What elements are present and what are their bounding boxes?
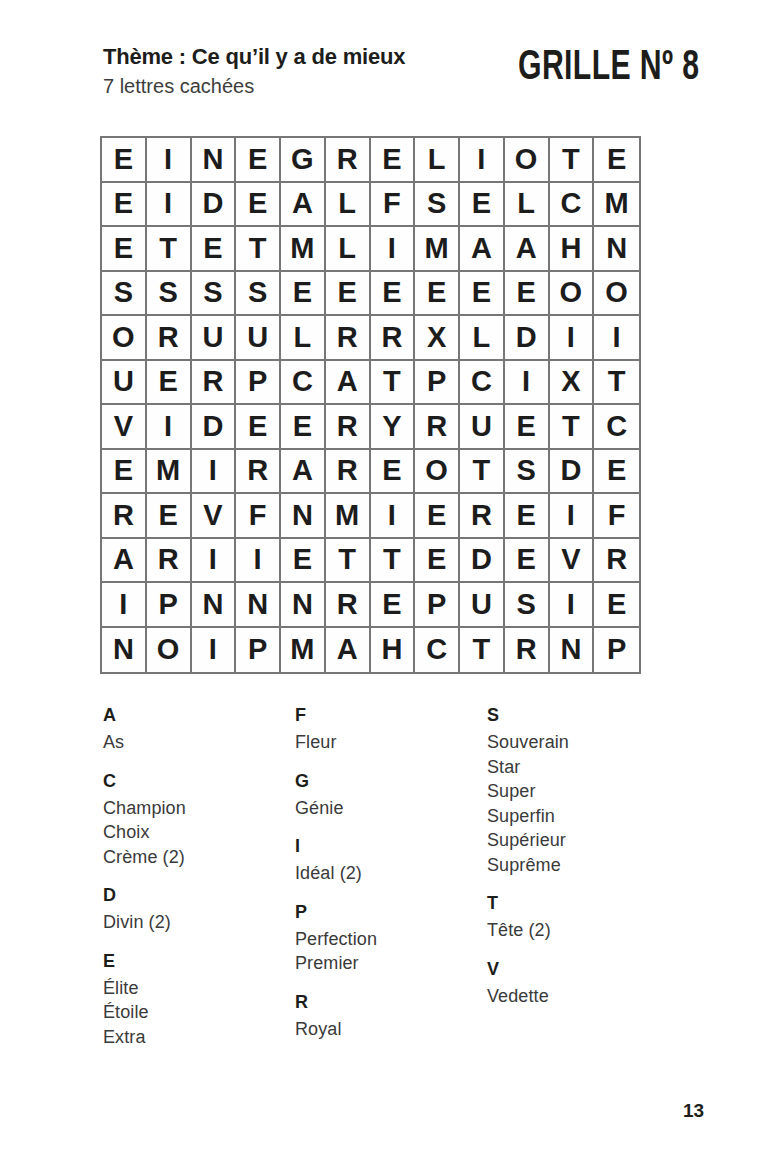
grid-cell-r12c6[interactable]: A [326, 628, 371, 673]
grid-cell-r9c1[interactable]: R [102, 494, 147, 539]
grid-cell-r4c11[interactable]: O [550, 272, 595, 317]
grid-cell-r10c3[interactable]: I [192, 539, 237, 584]
grid-cell-r5c3[interactable]: U [192, 316, 237, 361]
grid-cell-r1c7[interactable]: E [371, 138, 416, 183]
grid-cell-r12c7[interactable]: H [371, 628, 416, 673]
grid-cell-r8c11[interactable]: D [550, 450, 595, 495]
grid-cell-r2c1[interactable]: E [102, 183, 147, 228]
grid-cell-r5c2[interactable]: R [147, 316, 192, 361]
grid-cell-r3c2[interactable]: T [147, 227, 192, 272]
grid-cell-r11c11[interactable]: I [550, 583, 595, 628]
grid-cell-r7c6[interactable]: R [326, 405, 371, 450]
grid-cell-r12c2[interactable]: O [147, 628, 192, 673]
grid-cell-r2c12[interactable]: M [594, 183, 639, 228]
grid-cell-r4c2[interactable]: S [147, 272, 192, 317]
grid-cell-r9c5[interactable]: N [281, 494, 326, 539]
grid-cell-r6c10[interactable]: I [505, 361, 550, 406]
grid-cell-r10c9[interactable]: D [460, 539, 505, 584]
grid-cell-r1c3[interactable]: N [192, 138, 237, 183]
section-letter-I: I [295, 833, 480, 859]
word-entry: Extra [103, 1025, 288, 1050]
grid-cell-r5c10[interactable]: D [505, 316, 550, 361]
grid-cell-r4c3[interactable]: S [192, 272, 237, 317]
grid-cell-r11c6[interactable]: R [326, 583, 371, 628]
grid-cell-r12c12[interactable]: P [594, 628, 639, 673]
grid-cell-r2c3[interactable]: D [192, 183, 237, 228]
grid-cell-r10c6[interactable]: T [326, 539, 371, 584]
word-section-G: GGénie [295, 768, 480, 821]
word-section-I: IIdéal (2) [295, 833, 480, 886]
grid-cell-r6c5[interactable]: C [281, 361, 326, 406]
grid-cell-r12c8[interactable]: C [415, 628, 460, 673]
grid-cell-r6c12[interactable]: T [594, 361, 639, 406]
grid-cell-r1c5[interactable]: G [281, 138, 326, 183]
grid-cell-r9c10[interactable]: E [505, 494, 550, 539]
grid-cell-r9c8[interactable]: E [415, 494, 460, 539]
grid-cell-r4c12[interactable]: O [594, 272, 639, 317]
grid-cell-r9c3[interactable]: V [192, 494, 237, 539]
grid-cell-r1c9[interactable]: I [460, 138, 505, 183]
section-letter-T: T [487, 890, 672, 916]
grid-cell-r2c2[interactable]: I [147, 183, 192, 228]
grid-cell-r4c1[interactable]: S [102, 272, 147, 317]
grid-cell-r3c5[interactable]: M [281, 227, 326, 272]
grid-cell-r3c8[interactable]: M [415, 227, 460, 272]
grid-cell-r12c1[interactable]: N [102, 628, 147, 673]
grid-cell-r6c6[interactable]: A [326, 361, 371, 406]
grid-cell-r11c4[interactable]: N [236, 583, 281, 628]
grid-cell-r3c12[interactable]: N [594, 227, 639, 272]
grid-cell-r2c10[interactable]: L [505, 183, 550, 228]
word-list-col-1: AAsCChampionChoixCrème (2)DDivin (2)EÉli… [103, 702, 288, 1062]
grid-cell-r12c4[interactable]: P [236, 628, 281, 673]
grid-cell-r7c12[interactable]: C [594, 405, 639, 450]
grid-cell-r5c1[interactable]: O [102, 316, 147, 361]
grid-cell-r1c1[interactable]: E [102, 138, 147, 183]
grid-cell-r8c4[interactable]: R [236, 450, 281, 495]
grid-cell-r7c10[interactable]: E [505, 405, 550, 450]
grid-cell-r8c9[interactable]: T [460, 450, 505, 495]
grid-cell-r12c9[interactable]: T [460, 628, 505, 673]
word-section-R: RRoyal [295, 989, 480, 1042]
grid-cell-r10c10[interactable]: E [505, 539, 550, 584]
grid-cell-r9c2[interactable]: E [147, 494, 192, 539]
grid-cell-r8c6[interactable]: R [326, 450, 371, 495]
section-letter-S: S [487, 702, 672, 728]
grid-cell-r10c2[interactable]: R [147, 539, 192, 584]
word-list-col-2: FFleurGGénieIIdéal (2)PPerfectionPremier… [295, 702, 480, 1054]
grid-cell-r8c12[interactable]: E [594, 450, 639, 495]
word-section-F: FFleur [295, 702, 480, 755]
word-entry: Premier [295, 951, 480, 976]
word-entry: Star [487, 755, 672, 780]
grid-cell-r5c11[interactable]: I [550, 316, 595, 361]
grid-cell-r12c5[interactable]: M [281, 628, 326, 673]
grid-cell-r5c5[interactable]: L [281, 316, 326, 361]
grid-cell-r11c10[interactable]: S [505, 583, 550, 628]
grid-cell-r9c4[interactable]: F [236, 494, 281, 539]
grid-number-label: GRILLE Nº 8 [518, 44, 699, 86]
grid-cell-r2c8[interactable]: S [415, 183, 460, 228]
word-section-A: AAs [103, 702, 288, 755]
word-section-P: PPerfectionPremier [295, 899, 480, 976]
grid-cell-r4c5[interactable]: E [281, 272, 326, 317]
grid-cell-r7c5[interactable]: E [281, 405, 326, 450]
grid-cell-r2c6[interactable]: L [326, 183, 371, 228]
grid-cell-r3c9[interactable]: A [460, 227, 505, 272]
section-letter-D: D [103, 882, 288, 908]
grid-cell-r6c9[interactable]: C [460, 361, 505, 406]
grid-cell-r8c10[interactable]: S [505, 450, 550, 495]
page-number: 13 [683, 1100, 704, 1122]
header: Thème : Ce qu’il y a de mieux 7 lettres … [103, 44, 405, 98]
grid-cell-r4c7[interactable]: E [371, 272, 416, 317]
grid-cell-r4c6[interactable]: E [326, 272, 371, 317]
grid-cell-r7c1[interactable]: V [102, 405, 147, 450]
grid-cell-r1c2[interactable]: I [147, 138, 192, 183]
grid-cell-r11c9[interactable]: U [460, 583, 505, 628]
section-letter-G: G [295, 768, 480, 794]
word-entry: Vedette [487, 984, 672, 1009]
grid-cell-r2c4[interactable]: E [236, 183, 281, 228]
word-entry: Royal [295, 1017, 480, 1042]
word-entry: Choix [103, 820, 288, 845]
word-entry: Supérieur [487, 828, 672, 853]
grid-cell-r7c4[interactable]: E [236, 405, 281, 450]
grid-cell-r4c9[interactable]: E [460, 272, 505, 317]
grid-cell-r10c4[interactable]: I [236, 539, 281, 584]
grid-cell-r7c8[interactable]: R [415, 405, 460, 450]
word-entry: Super [487, 779, 672, 804]
grid-cell-r1c12[interactable]: E [594, 138, 639, 183]
word-entry: Idéal (2) [295, 861, 480, 886]
grid-cell-r9c11[interactable]: I [550, 494, 595, 539]
grid-cell-r10c5[interactable]: E [281, 539, 326, 584]
grid-cell-r10c1[interactable]: A [102, 539, 147, 584]
word-entry: As [103, 730, 288, 755]
grid-cell-r6c8[interactable]: P [415, 361, 460, 406]
grid-cell-r11c12[interactable]: E [594, 583, 639, 628]
grid-cell-r11c2[interactable]: P [147, 583, 192, 628]
grid-cell-r11c5[interactable]: N [281, 583, 326, 628]
word-section-S: SSouverainStarSuperSuperfinSupérieurSupr… [487, 702, 672, 877]
word-search-grid: EINEGRELIOTEEIDEALFSELCMETETMLIMAAHNSSSS… [100, 136, 641, 674]
word-section-V: VVedette [487, 956, 672, 1009]
theme-title: Thème : Ce qu’il y a de mieux [103, 44, 405, 70]
grid-cell-r12c10[interactable]: R [505, 628, 550, 673]
grid-cell-r9c12[interactable]: F [594, 494, 639, 539]
grid-cell-r11c8[interactable]: P [415, 583, 460, 628]
grid-cell-r1c10[interactable]: O [505, 138, 550, 183]
grid-cell-r3c3[interactable]: E [192, 227, 237, 272]
word-entry: Divin (2) [103, 910, 288, 935]
grid-cell-r9c7[interactable]: I [371, 494, 416, 539]
grid-cell-r2c11[interactable]: C [550, 183, 595, 228]
grid-cell-r3c11[interactable]: H [550, 227, 595, 272]
grid-cell-r3c1[interactable]: E [102, 227, 147, 272]
word-entry: Génie [295, 796, 480, 821]
section-letter-E: E [103, 948, 288, 974]
grid-cell-r3c4[interactable]: T [236, 227, 281, 272]
grid-cell-r12c3[interactable]: I [192, 628, 237, 673]
grid-cell-r6c11[interactable]: X [550, 361, 595, 406]
word-entry: Perfection [295, 927, 480, 952]
grid-cell-r8c1[interactable]: E [102, 450, 147, 495]
puzzle-page: Thème : Ce qu’il y a de mieux 7 lettres … [0, 0, 760, 1166]
word-entry: Élite [103, 976, 288, 1001]
word-entry: Champion [103, 796, 288, 821]
grid-cell-r4c8[interactable]: E [415, 272, 460, 317]
grid-cell-r11c3[interactable]: N [192, 583, 237, 628]
grid-cell-r1c4[interactable]: E [236, 138, 281, 183]
word-section-T: TTête (2) [487, 890, 672, 943]
grid-cell-r6c3[interactable]: R [192, 361, 237, 406]
grid-cell-r5c6[interactable]: R [326, 316, 371, 361]
grid-cell-r8c8[interactable]: O [415, 450, 460, 495]
hidden-letters-subtitle: 7 lettres cachées [103, 74, 405, 98]
section-letter-R: R [295, 989, 480, 1015]
grid-cell-r4c10[interactable]: E [505, 272, 550, 317]
grid-cell-r11c1[interactable]: I [102, 583, 147, 628]
grid-cell-r10c8[interactable]: E [415, 539, 460, 584]
grid-cell-r11c7[interactable]: E [371, 583, 416, 628]
grid-cell-r4c4[interactable]: S [236, 272, 281, 317]
grid-cell-r7c7[interactable]: Y [371, 405, 416, 450]
grid-cell-r7c2[interactable]: I [147, 405, 192, 450]
grid-cell-r2c5[interactable]: A [281, 183, 326, 228]
word-section-E: EÉliteÉtoileExtra [103, 948, 288, 1050]
grid-cell-r3c7[interactable]: I [371, 227, 416, 272]
grid-cell-r10c11[interactable]: V [550, 539, 595, 584]
word-entry: Fleur [295, 730, 480, 755]
word-entry: Étoile [103, 1000, 288, 1025]
grid-cell-r5c4[interactable]: U [236, 316, 281, 361]
section-letter-A: A [103, 702, 288, 728]
word-section-C: CChampionChoixCrème (2) [103, 768, 288, 870]
grid-cell-r7c9[interactable]: U [460, 405, 505, 450]
grid-cell-r5c9[interactable]: L [460, 316, 505, 361]
grid-cell-r1c11[interactable]: T [550, 138, 595, 183]
word-entry: Superfin [487, 804, 672, 829]
grid-cell-r8c2[interactable]: M [147, 450, 192, 495]
grid-cell-r6c7[interactable]: T [371, 361, 416, 406]
word-entry: Suprême [487, 853, 672, 878]
word-entry: Souverain [487, 730, 672, 755]
grid-cell-r8c3[interactable]: I [192, 450, 237, 495]
grid-cell-r3c10[interactable]: A [505, 227, 550, 272]
grid-cell-r5c7[interactable]: R [371, 316, 416, 361]
grid-cell-r2c7[interactable]: F [371, 183, 416, 228]
grid-cell-r6c1[interactable]: U [102, 361, 147, 406]
section-letter-C: C [103, 768, 288, 794]
grid-cell-r6c4[interactable]: P [236, 361, 281, 406]
grid-cell-r1c6[interactable]: R [326, 138, 371, 183]
word-entry: Crème (2) [103, 845, 288, 870]
grid-cell-r10c7[interactable]: T [371, 539, 416, 584]
grid-cell-r7c3[interactable]: D [192, 405, 237, 450]
grid-cell-r5c8[interactable]: X [415, 316, 460, 361]
grid-cell-r12c11[interactable]: N [550, 628, 595, 673]
grid-cell-r8c7[interactable]: E [371, 450, 416, 495]
grid-cell-r5c12[interactable]: I [594, 316, 639, 361]
grid-cell-r10c12[interactable]: R [594, 539, 639, 584]
section-letter-V: V [487, 956, 672, 982]
grid-cell-r6c2[interactable]: E [147, 361, 192, 406]
word-entry: Tête (2) [487, 918, 672, 943]
section-letter-P: P [295, 899, 480, 925]
grid-cell-r8c5[interactable]: A [281, 450, 326, 495]
grid-cell-r2c9[interactable]: E [460, 183, 505, 228]
grid-cell-r9c9[interactable]: R [460, 494, 505, 539]
grid-cell-r1c8[interactable]: L [415, 138, 460, 183]
word-list-col-3: SSouverainStarSuperSuperfinSupérieurSupr… [487, 702, 672, 1021]
word-section-D: DDivin (2) [103, 882, 288, 935]
section-letter-F: F [295, 702, 480, 728]
grid-cell-r9c6[interactable]: M [326, 494, 371, 539]
grid-cell-r7c11[interactable]: T [550, 405, 595, 450]
grid-cell-r3c6[interactable]: L [326, 227, 371, 272]
